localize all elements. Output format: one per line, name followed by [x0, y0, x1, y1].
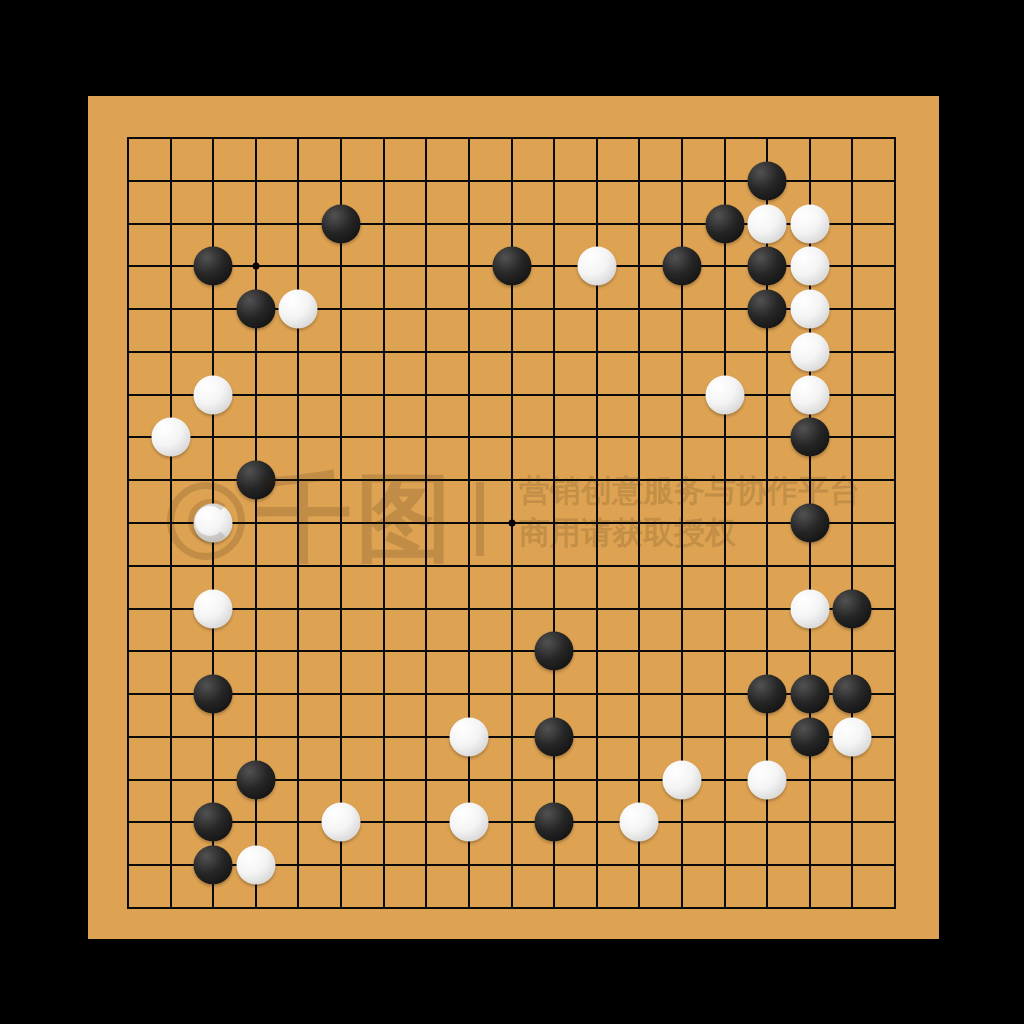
black-stone[interactable]: ●	[833, 675, 872, 714]
white-stone[interactable]: ○	[705, 375, 744, 414]
grid-line-horizontal	[127, 821, 896, 823]
black-stone[interactable]: ●	[790, 717, 829, 756]
grid-line-vertical	[638, 137, 640, 909]
black-stone[interactable]: ●	[748, 675, 787, 714]
grid-line-vertical	[851, 137, 853, 909]
grid-line-horizontal	[127, 650, 896, 652]
star-point	[252, 263, 259, 270]
black-stone[interactable]: ●	[194, 247, 233, 286]
white-stone[interactable]: ○	[790, 332, 829, 371]
white-stone[interactable]: ○	[194, 589, 233, 628]
black-stone[interactable]: ●	[322, 204, 361, 243]
white-stone[interactable]: ○	[151, 418, 190, 457]
black-stone[interactable]: ●	[748, 247, 787, 286]
white-stone[interactable]: ○	[194, 504, 233, 543]
black-stone[interactable]: ●	[535, 803, 574, 842]
white-stone[interactable]: ○	[236, 846, 275, 885]
white-stone[interactable]: ○	[662, 760, 701, 799]
black-stone[interactable]: ●	[833, 589, 872, 628]
white-stone[interactable]: ○	[790, 375, 829, 414]
black-stone[interactable]: ●	[236, 760, 275, 799]
white-stone[interactable]: ○	[194, 375, 233, 414]
black-stone[interactable]: ●	[236, 461, 275, 500]
white-stone[interactable]: ○	[279, 290, 318, 329]
star-point	[508, 520, 515, 527]
black-stone[interactable]: ●	[236, 290, 275, 329]
white-stone[interactable]: ○	[748, 204, 787, 243]
black-stone[interactable]: ●	[535, 717, 574, 756]
black-stone[interactable]: ●	[790, 675, 829, 714]
black-stone[interactable]: ●	[194, 675, 233, 714]
white-stone[interactable]: ○	[449, 803, 488, 842]
black-stone[interactable]: ●	[705, 204, 744, 243]
black-stone[interactable]: ●	[790, 504, 829, 543]
grid-line-vertical	[553, 137, 555, 909]
black-stone[interactable]: ●	[748, 290, 787, 329]
screenshot-canvas: ●●●○○●●○●●○●○●○○○○○○●●○●○○●●●●●●○●●○●○○●…	[0, 0, 1024, 1024]
black-stone[interactable]: ●	[194, 803, 233, 842]
black-stone[interactable]: ●	[535, 632, 574, 671]
white-stone[interactable]: ○	[449, 717, 488, 756]
grid-line-horizontal	[127, 736, 896, 738]
white-stone[interactable]: ○	[790, 204, 829, 243]
grid-line-vertical	[894, 137, 896, 909]
black-stone[interactable]: ●	[748, 161, 787, 200]
white-stone[interactable]: ○	[577, 247, 616, 286]
grid-line-horizontal	[127, 907, 896, 909]
white-stone[interactable]: ○	[790, 247, 829, 286]
black-stone[interactable]: ●	[492, 247, 531, 286]
white-stone[interactable]: ○	[322, 803, 361, 842]
go-board: ●●●○○●●○●●○●○●○○○○○○●●○●○○●●●●●●○●●○●○○●…	[88, 96, 939, 939]
grid-line-horizontal	[127, 608, 896, 610]
white-stone[interactable]: ○	[790, 589, 829, 628]
black-stone[interactable]: ●	[194, 846, 233, 885]
white-stone[interactable]: ○	[748, 760, 787, 799]
black-stone[interactable]: ●	[790, 418, 829, 457]
black-stone[interactable]: ●	[662, 247, 701, 286]
grid-line-horizontal	[127, 565, 896, 567]
white-stone[interactable]: ○	[620, 803, 659, 842]
grid-line-vertical	[724, 137, 726, 909]
board-grid[interactable]: ●●●○○●●○●●○●○●○○○○○○●●○●○○●●●●●●○●●○●○○●…	[128, 138, 895, 908]
white-stone[interactable]: ○	[790, 290, 829, 329]
white-stone[interactable]: ○	[833, 717, 872, 756]
